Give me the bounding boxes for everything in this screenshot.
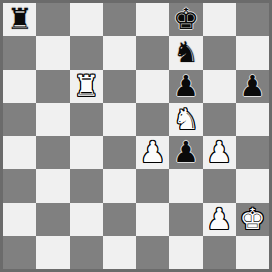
square-h7[interactable]	[236, 36, 269, 69]
square-a8[interactable]: ♜	[3, 3, 36, 36]
square-e1[interactable]	[136, 236, 169, 269]
square-f1[interactable]	[169, 236, 202, 269]
square-e8[interactable]	[136, 3, 169, 36]
square-f4[interactable]: ♟	[169, 136, 202, 169]
piece-black-pawn-f4[interactable]: ♟	[173, 136, 199, 169]
square-c3[interactable]	[70, 169, 103, 202]
square-a6[interactable]	[3, 70, 36, 103]
square-e3[interactable]	[136, 169, 169, 202]
square-c6[interactable]: ♜	[70, 70, 103, 103]
square-b8[interactable]	[36, 3, 69, 36]
square-c5[interactable]	[70, 103, 103, 136]
square-a3[interactable]	[3, 169, 36, 202]
chess-board: ♜♚♞♜♟♟♞♟♟♟♟♚	[3, 3, 269, 269]
square-b1[interactable]	[36, 236, 69, 269]
piece-white-knight-f5[interactable]: ♞	[173, 103, 199, 136]
square-a5[interactable]	[3, 103, 36, 136]
square-g8[interactable]	[203, 3, 236, 36]
square-e2[interactable]	[136, 203, 169, 236]
square-a4[interactable]	[3, 136, 36, 169]
square-h1[interactable]	[236, 236, 269, 269]
square-d7[interactable]	[103, 36, 136, 69]
piece-white-pawn-g2[interactable]: ♟	[206, 203, 232, 236]
square-a2[interactable]	[3, 203, 36, 236]
square-b7[interactable]	[36, 36, 69, 69]
square-a1[interactable]	[3, 236, 36, 269]
square-g3[interactable]	[203, 169, 236, 202]
board-frame: ♜♚♞♜♟♟♞♟♟♟♟♚	[0, 0, 272, 272]
square-d2[interactable]	[103, 203, 136, 236]
square-g1[interactable]	[203, 236, 236, 269]
square-h4[interactable]	[236, 136, 269, 169]
square-c7[interactable]	[70, 36, 103, 69]
square-d3[interactable]	[103, 169, 136, 202]
square-f3[interactable]	[169, 169, 202, 202]
square-d8[interactable]	[103, 3, 136, 36]
square-c1[interactable]	[70, 236, 103, 269]
piece-white-pawn-e4[interactable]: ♟	[140, 136, 166, 169]
square-b3[interactable]	[36, 169, 69, 202]
square-h2[interactable]: ♚	[236, 203, 269, 236]
square-h6[interactable]: ♟	[236, 70, 269, 103]
square-h5[interactable]	[236, 103, 269, 136]
piece-black-pawn-h6[interactable]: ♟	[239, 70, 265, 103]
piece-black-rook-a8[interactable]: ♜	[7, 3, 33, 36]
piece-white-pawn-g4[interactable]: ♟	[206, 136, 232, 169]
square-b4[interactable]	[36, 136, 69, 169]
square-g6[interactable]	[203, 70, 236, 103]
square-d4[interactable]	[103, 136, 136, 169]
square-h8[interactable]	[236, 3, 269, 36]
square-d1[interactable]	[103, 236, 136, 269]
square-g7[interactable]	[203, 36, 236, 69]
square-d6[interactable]	[103, 70, 136, 103]
square-g5[interactable]	[203, 103, 236, 136]
square-h3[interactable]	[236, 169, 269, 202]
piece-white-king-h2[interactable]: ♚	[239, 203, 265, 236]
piece-black-pawn-f6[interactable]: ♟	[173, 70, 199, 103]
square-f6[interactable]: ♟	[169, 70, 202, 103]
square-e7[interactable]	[136, 36, 169, 69]
piece-black-knight-f7[interactable]: ♞	[173, 36, 199, 69]
square-b5[interactable]	[36, 103, 69, 136]
square-g2[interactable]: ♟	[203, 203, 236, 236]
square-g4[interactable]: ♟	[203, 136, 236, 169]
piece-white-rook-c6[interactable]: ♜	[73, 70, 99, 103]
square-c4[interactable]	[70, 136, 103, 169]
square-e4[interactable]: ♟	[136, 136, 169, 169]
square-f5[interactable]: ♞	[169, 103, 202, 136]
square-d5[interactable]	[103, 103, 136, 136]
square-c2[interactable]	[70, 203, 103, 236]
square-b2[interactable]	[36, 203, 69, 236]
square-b6[interactable]	[36, 70, 69, 103]
square-c8[interactable]	[70, 3, 103, 36]
piece-black-king-f8[interactable]: ♚	[173, 3, 199, 36]
square-e6[interactable]	[136, 70, 169, 103]
square-e5[interactable]	[136, 103, 169, 136]
square-a7[interactable]	[3, 36, 36, 69]
square-f7[interactable]: ♞	[169, 36, 202, 69]
square-f8[interactable]: ♚	[169, 3, 202, 36]
square-f2[interactable]	[169, 203, 202, 236]
